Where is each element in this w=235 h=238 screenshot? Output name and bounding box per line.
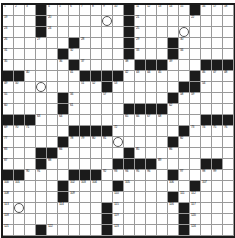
cell-r2c20[interactable] <box>212 16 223 27</box>
cell-r19c12[interactable] <box>124 203 135 214</box>
cell-r14c7[interactable] <box>69 148 80 159</box>
cell-r3c6[interactable] <box>58 27 69 38</box>
cell-r14c6[interactable]: 84 <box>58 148 69 159</box>
cell-r2c2[interactable] <box>14 16 25 27</box>
cell-r15c18[interactable] <box>190 159 201 170</box>
cell-r8c19[interactable]: 54 <box>201 82 212 93</box>
cell-r18c19[interactable] <box>201 192 212 203</box>
cell-r4c10[interactable] <box>102 38 113 49</box>
cell-r21c9[interactable] <box>91 225 102 236</box>
cell-r19c3[interactable] <box>25 203 36 214</box>
cell-r8c20[interactable] <box>212 82 223 93</box>
cell-r5c11[interactable] <box>113 49 124 60</box>
cell-r6c17[interactable] <box>179 60 190 71</box>
cell-r18c14[interactable] <box>146 192 157 203</box>
cell-r18c12[interactable] <box>124 192 135 203</box>
cell-r16c17[interactable]: 97 <box>179 170 190 181</box>
cell-r18c4[interactable] <box>36 192 47 203</box>
cell-r11c5[interactable] <box>47 115 58 126</box>
cell-r6c4[interactable] <box>36 60 47 71</box>
cell-r6c1[interactable]: 35 <box>3 60 14 71</box>
cell-r14c18[interactable] <box>190 148 201 159</box>
cell-r13c18[interactable] <box>190 137 201 148</box>
cell-r7c7[interactable]: 41 <box>69 71 80 82</box>
cell-r11c9[interactable] <box>91 115 102 126</box>
cell-r13c8[interactable]: 79 <box>80 137 91 148</box>
cell-r8c6[interactable] <box>58 82 69 93</box>
cell-r18c5[interactable] <box>47 192 58 203</box>
cell-r16c11[interactable]: 93 <box>113 170 124 181</box>
cell-r13c4[interactable] <box>36 137 47 148</box>
cell-r15c15[interactable]: 89 <box>157 159 168 170</box>
cell-r2c16[interactable] <box>168 16 179 27</box>
cell-r14c20[interactable] <box>212 148 223 159</box>
cell-r10c10[interactable] <box>102 104 113 115</box>
cell-r10c7[interactable]: 61 <box>69 104 80 115</box>
cell-r3c14[interactable] <box>146 27 157 38</box>
cell-r4c15[interactable] <box>157 38 168 49</box>
cell-r18c13[interactable] <box>135 192 146 203</box>
cell-r8c14[interactable] <box>146 82 157 93</box>
cell-r21c5[interactable]: 122 <box>47 225 58 236</box>
cell-r12c6[interactable] <box>58 126 69 137</box>
cell-r16c13[interactable]: 95 <box>135 170 146 181</box>
cell-r14c3[interactable] <box>25 148 36 159</box>
cell-r1c21[interactable]: 18 <box>223 5 234 16</box>
cell-r8c16[interactable] <box>168 82 179 93</box>
cell-r9c19[interactable] <box>201 93 212 104</box>
cell-r12c16[interactable] <box>168 126 179 137</box>
cell-r1c10[interactable]: 9 <box>102 5 113 16</box>
cell-r9c18[interactable]: 59 <box>190 93 201 104</box>
cell-r10c8[interactable] <box>80 104 91 115</box>
cell-r20c16[interactable] <box>168 214 179 225</box>
cell-r10c21[interactable] <box>223 104 234 115</box>
cell-r6c6[interactable]: 36 <box>58 60 69 71</box>
cell-r9c12[interactable] <box>124 93 135 104</box>
cell-r18c3[interactable] <box>25 192 36 203</box>
cell-r16c14[interactable]: 96 <box>146 170 157 181</box>
cell-r21c15[interactable] <box>157 225 168 236</box>
cell-r4c4[interactable]: 27 <box>36 38 47 49</box>
cell-r18c15[interactable] <box>157 192 168 203</box>
cell-r7c21[interactable]: 48 <box>223 71 234 82</box>
cell-r10c1[interactable]: 60 <box>3 104 14 115</box>
cell-r3c5[interactable]: 24 <box>47 27 58 38</box>
cell-r1c8[interactable]: 7 <box>80 5 91 16</box>
cell-r19c15[interactable] <box>157 203 168 214</box>
cell-r5c5[interactable] <box>47 49 58 60</box>
cell-r15c16[interactable] <box>168 159 179 170</box>
cell-r5c17[interactable]: 34 <box>179 49 190 60</box>
cell-r14c21[interactable] <box>223 148 234 159</box>
cell-r12c21[interactable]: 76 <box>223 126 234 137</box>
cell-r16c20[interactable]: 99 <box>212 170 223 181</box>
cell-r21c11[interactable]: 123 <box>113 225 124 236</box>
cell-r5c3[interactable] <box>25 49 36 60</box>
cell-r12c2[interactable]: 70 <box>14 126 25 137</box>
cell-r18c8[interactable] <box>80 192 91 203</box>
cell-r20c7[interactable] <box>69 214 80 225</box>
cell-r10c16[interactable]: 62 <box>168 104 179 115</box>
cell-r19c16[interactable]: 116 <box>168 203 179 214</box>
cell-r15c9[interactable] <box>91 159 102 170</box>
cell-r7c5[interactable] <box>47 71 58 82</box>
cell-r10c9[interactable] <box>91 104 102 115</box>
cell-r1c17[interactable]: 15 <box>179 5 190 16</box>
cell-r17c9[interactable]: 104 <box>91 181 102 192</box>
cell-r12c5[interactable] <box>47 126 58 137</box>
cell-r13c7[interactable]: 78 <box>69 137 80 148</box>
cell-r9c13[interactable] <box>135 93 146 104</box>
cell-r7c14[interactable]: 44 <box>146 71 157 82</box>
cell-r2c14[interactable] <box>146 16 157 27</box>
cell-r11c15[interactable]: 68 <box>157 115 168 126</box>
cell-r16c10[interactable]: 92 <box>102 170 113 181</box>
cell-r12c19[interactable]: 74 <box>201 126 212 137</box>
cell-r17c14[interactable] <box>146 181 157 192</box>
cell-r15c1[interactable]: 87 <box>3 159 14 170</box>
cell-r9c8[interactable] <box>80 93 91 104</box>
cell-r8c15[interactable] <box>157 82 168 93</box>
cell-r18c17[interactable]: 111 <box>179 192 190 203</box>
cell-r20c9[interactable] <box>91 214 102 225</box>
cell-r1c16[interactable]: 14 <box>168 5 179 16</box>
cell-r5c9[interactable] <box>91 49 102 60</box>
cell-r3c15[interactable] <box>157 27 168 38</box>
cell-r13c21[interactable] <box>223 137 234 148</box>
cell-r20c4[interactable] <box>36 214 47 225</box>
cell-r4c3[interactable] <box>25 38 36 49</box>
cell-r1c2[interactable]: 2 <box>14 5 25 16</box>
cell-r5c14[interactable] <box>146 49 157 60</box>
cell-r19c7[interactable] <box>69 203 80 214</box>
cell-r20c14[interactable] <box>146 214 157 225</box>
cell-r17c20[interactable] <box>212 181 223 192</box>
cell-r3c3[interactable] <box>25 27 36 38</box>
cell-r11c7[interactable] <box>69 115 80 126</box>
cell-r16c21[interactable] <box>223 170 234 181</box>
cell-r13c3[interactable] <box>25 137 36 148</box>
cell-r8c4[interactable] <box>36 82 47 93</box>
cell-r15c6[interactable] <box>58 159 69 170</box>
cell-r16c4[interactable]: 91 <box>36 170 47 181</box>
cell-r9c17[interactable]: 58 <box>179 93 190 104</box>
cell-r12c20[interactable]: 75 <box>212 126 223 137</box>
cell-r21c3[interactable] <box>25 225 36 236</box>
cell-r21c12[interactable] <box>124 225 135 236</box>
cell-r9c20[interactable] <box>212 93 223 104</box>
cell-r17c21[interactable] <box>223 181 234 192</box>
cell-r4c14[interactable] <box>146 38 157 49</box>
cell-r20c15[interactable] <box>157 214 168 225</box>
cell-r13c14[interactable] <box>146 137 157 148</box>
cell-r15c8[interactable] <box>80 159 91 170</box>
cell-r18c10[interactable] <box>102 192 113 203</box>
cell-r21c7[interactable] <box>69 225 80 236</box>
cell-r1c9[interactable]: 8 <box>91 5 102 16</box>
cell-r10c3[interactable] <box>25 104 36 115</box>
cell-r4c21[interactable] <box>223 38 234 49</box>
cell-r17c2[interactable]: 101 <box>14 181 25 192</box>
cell-r8c12[interactable] <box>124 82 135 93</box>
cell-r11c16[interactable] <box>168 115 179 126</box>
cell-r2c6[interactable] <box>58 16 69 27</box>
cell-r14c13[interactable]: 85 <box>135 148 146 159</box>
cell-r3c10[interactable] <box>102 27 113 38</box>
cell-r21c21[interactable] <box>223 225 234 236</box>
cell-r1c19[interactable]: 16 <box>201 5 212 16</box>
cell-r4c8[interactable]: 28 <box>80 38 91 49</box>
cell-r14c9[interactable] <box>91 148 102 159</box>
cell-r3c7[interactable] <box>69 27 80 38</box>
cell-r7c3[interactable]: 40 <box>25 71 36 82</box>
cell-r13c19[interactable] <box>201 137 212 148</box>
cell-r13c10[interactable]: 81 <box>102 137 113 148</box>
cell-r5c15[interactable] <box>157 49 168 60</box>
cell-r5c2[interactable] <box>14 49 25 60</box>
cell-r2c8[interactable] <box>80 16 91 27</box>
cell-r21c2[interactable] <box>14 225 25 236</box>
cell-r8c8[interactable]: 51 <box>80 82 91 93</box>
cell-r19c14[interactable] <box>146 203 157 214</box>
cell-r5c21[interactable] <box>223 49 234 60</box>
cell-r20c8[interactable] <box>80 214 91 225</box>
cell-r11c14[interactable]: 67 <box>146 115 157 126</box>
cell-r13c17[interactable]: 82 <box>179 137 190 148</box>
cell-r3c21[interactable] <box>223 27 234 38</box>
cell-r5c18[interactable] <box>190 49 201 60</box>
cell-r14c2[interactable] <box>14 148 25 159</box>
cell-r7c4[interactable] <box>36 71 47 82</box>
cell-r4c6[interactable] <box>58 38 69 49</box>
cell-r10c19[interactable] <box>201 104 212 115</box>
cell-r20c6[interactable] <box>58 214 69 225</box>
cell-r10c18[interactable] <box>190 104 201 115</box>
cell-r4c20[interactable] <box>212 38 223 49</box>
cell-r2c21[interactable] <box>223 16 234 27</box>
cell-r12c4[interactable] <box>36 126 47 137</box>
cell-r14c16[interactable]: 86 <box>168 148 179 159</box>
cell-r7c20[interactable]: 47 <box>212 71 223 82</box>
cell-r17c3[interactable] <box>25 181 36 192</box>
cell-r15c21[interactable] <box>223 159 234 170</box>
cell-r2c11[interactable] <box>113 16 124 27</box>
cell-r19c13[interactable] <box>135 203 146 214</box>
cell-r13c15[interactable] <box>157 137 168 148</box>
cell-r21c20[interactable] <box>212 225 223 236</box>
cell-r16c5[interactable] <box>47 170 58 181</box>
cell-r20c21[interactable] <box>223 214 234 225</box>
cell-r2c15[interactable] <box>157 16 168 27</box>
cell-r2c3[interactable] <box>25 16 36 27</box>
cell-r21c16[interactable] <box>168 225 179 236</box>
cell-r12c12[interactable] <box>124 126 135 137</box>
cell-r5c10[interactable] <box>102 49 113 60</box>
cell-r9c21[interactable] <box>223 93 234 104</box>
cell-r3c20[interactable] <box>212 27 223 38</box>
cell-r6c9[interactable] <box>91 60 102 71</box>
cell-r2c10[interactable] <box>102 16 113 27</box>
cell-r13c5[interactable] <box>47 137 58 148</box>
cell-r21c19[interactable] <box>201 225 212 236</box>
cell-r21c8[interactable] <box>80 225 91 236</box>
cell-r7c17[interactable] <box>179 71 190 82</box>
cell-r17c5[interactable] <box>47 181 58 192</box>
cell-r14c17[interactable] <box>179 148 190 159</box>
cell-r1c11[interactable]: 10 <box>113 5 124 16</box>
cell-r3c16[interactable] <box>168 27 179 38</box>
cell-r17c16[interactable]: 106 <box>168 181 179 192</box>
cell-r12c13[interactable] <box>135 126 146 137</box>
cell-r18c7[interactable]: 109 <box>69 192 80 203</box>
cell-r5c7[interactable]: 32 <box>69 49 80 60</box>
cell-r4c18[interactable] <box>190 38 201 49</box>
cell-r13c2[interactable] <box>14 137 25 148</box>
cell-r17c4[interactable] <box>36 181 47 192</box>
cell-r4c19[interactable] <box>201 38 212 49</box>
cell-r17c12[interactable]: 105 <box>124 181 135 192</box>
cell-r6c8[interactable]: 37 <box>80 60 91 71</box>
cell-r3c2[interactable] <box>14 27 25 38</box>
cell-r5c13[interactable]: 33 <box>135 49 146 60</box>
cell-r9c14[interactable] <box>146 93 157 104</box>
cell-r7c16[interactable] <box>168 71 179 82</box>
cell-r14c14[interactable] <box>146 148 157 159</box>
cell-r19c21[interactable] <box>223 203 234 214</box>
cell-r15c5[interactable]: 88 <box>47 159 58 170</box>
cell-r4c9[interactable] <box>91 38 102 49</box>
cell-r1c15[interactable]: 13 <box>157 5 168 16</box>
cell-r14c8[interactable] <box>80 148 91 159</box>
cell-r19c8[interactable] <box>80 203 91 214</box>
cell-r13c9[interactable]: 80 <box>91 137 102 148</box>
cell-r21c13[interactable] <box>135 225 146 236</box>
cell-r15c2[interactable] <box>14 159 25 170</box>
cell-r18c2[interactable] <box>14 192 25 203</box>
cell-r4c11[interactable] <box>113 38 124 49</box>
cell-r2c19[interactable] <box>201 16 212 27</box>
cell-r11c4[interactable]: 63 <box>36 115 47 126</box>
cell-r7c13[interactable]: 43 <box>135 71 146 82</box>
cell-r12c15[interactable] <box>157 126 168 137</box>
cell-r5c20[interactable] <box>212 49 223 60</box>
cell-r15c7[interactable] <box>69 159 80 170</box>
cell-r2c18[interactable]: 22 <box>190 16 201 27</box>
cell-r9c10[interactable]: 57 <box>102 93 113 104</box>
cell-r5c19[interactable] <box>201 49 212 60</box>
cell-r19c19[interactable] <box>201 203 212 214</box>
cell-r9c2[interactable] <box>14 93 25 104</box>
cell-r1c7[interactable]: 6 <box>69 5 80 16</box>
cell-r19c4[interactable] <box>36 203 47 214</box>
cell-r10c11[interactable] <box>113 104 124 115</box>
cell-r2c17[interactable] <box>179 16 190 27</box>
cell-r8c5[interactable] <box>47 82 58 93</box>
cell-r21c1[interactable]: 121 <box>3 225 14 236</box>
cell-r10c2[interactable] <box>14 104 25 115</box>
cell-r14c10[interactable] <box>102 148 113 159</box>
cell-r7c12[interactable]: 42 <box>124 71 135 82</box>
cell-r1c14[interactable]: 12 <box>146 5 157 16</box>
cell-r16c18[interactable] <box>190 170 201 181</box>
cell-r9c9[interactable] <box>91 93 102 104</box>
cell-r5c4[interactable] <box>36 49 47 60</box>
cell-r8c3[interactable] <box>25 82 36 93</box>
cell-r6c11[interactable] <box>113 60 124 71</box>
cell-r11c10[interactable] <box>102 115 113 126</box>
cell-r10c20[interactable] <box>212 104 223 115</box>
cell-r19c5[interactable] <box>47 203 58 214</box>
cell-r8c2[interactable]: 50 <box>14 82 25 93</box>
cell-r9c3[interactable] <box>25 93 36 104</box>
cell-r17c8[interactable]: 103 <box>80 181 91 192</box>
cell-r9c4[interactable] <box>36 93 47 104</box>
cell-r6c5[interactable] <box>47 60 58 71</box>
cell-r21c14[interactable] <box>146 225 157 236</box>
cell-r6c2[interactable] <box>14 60 25 71</box>
cell-r17c19[interactable]: 107 <box>201 181 212 192</box>
cell-r9c11[interactable] <box>113 93 124 104</box>
cell-r11c17[interactable] <box>179 115 190 126</box>
cell-r20c13[interactable] <box>135 214 146 225</box>
cell-r3c19[interactable] <box>201 27 212 38</box>
cell-r1c20[interactable]: 17 <box>212 5 223 16</box>
cell-r11c12[interactable]: 65 <box>124 115 135 126</box>
cell-r7c15[interactable]: 45 <box>157 71 168 82</box>
cell-r21c6[interactable] <box>58 225 69 236</box>
cell-r6c16[interactable]: 39 <box>168 60 179 71</box>
cell-r11c13[interactable]: 66 <box>135 115 146 126</box>
cell-r3c18[interactable] <box>190 27 201 38</box>
cell-r9c5[interactable] <box>47 93 58 104</box>
cell-r8c21[interactable] <box>223 82 234 93</box>
cell-r13c12[interactable] <box>124 137 135 148</box>
cell-r6c10[interactable] <box>102 60 113 71</box>
cell-r14c19[interactable] <box>201 148 212 159</box>
cell-r10c5[interactable] <box>47 104 58 115</box>
cell-r3c11[interactable] <box>113 27 124 38</box>
cell-r8c11[interactable]: 53 <box>113 82 124 93</box>
cell-r17c15[interactable] <box>157 181 168 192</box>
cell-r3c9[interactable] <box>91 27 102 38</box>
cell-r11c6[interactable]: 64 <box>58 115 69 126</box>
cell-r8c9[interactable]: 52 <box>91 82 102 93</box>
cell-r7c6[interactable] <box>58 71 69 82</box>
cell-r2c7[interactable] <box>69 16 80 27</box>
cell-r13c11[interactable] <box>113 137 124 148</box>
cell-r2c9[interactable] <box>91 16 102 27</box>
cell-r16c15[interactable] <box>157 170 168 181</box>
cell-r12c3[interactable]: 71 <box>25 126 36 137</box>
cell-r18c9[interactable] <box>91 192 102 203</box>
cell-r20c2[interactable] <box>14 214 25 225</box>
cell-r11c8[interactable] <box>80 115 91 126</box>
cell-r16c6[interactable] <box>58 170 69 181</box>
cell-r20c3[interactable] <box>25 214 36 225</box>
cell-r4c5[interactable] <box>47 38 58 49</box>
cell-r10c17[interactable] <box>179 104 190 115</box>
cell-r18c21[interactable] <box>223 192 234 203</box>
cell-r19c2[interactable] <box>14 203 25 214</box>
cell-r9c15[interactable] <box>157 93 168 104</box>
cell-r12c18[interactable]: 73 <box>190 126 201 137</box>
cell-r18c20[interactable] <box>212 192 223 203</box>
cell-r21c18[interactable]: 124 <box>190 225 201 236</box>
cell-r19c6[interactable]: 114 <box>58 203 69 214</box>
cell-r20c19[interactable] <box>201 214 212 225</box>
cell-r17c13[interactable] <box>135 181 146 192</box>
